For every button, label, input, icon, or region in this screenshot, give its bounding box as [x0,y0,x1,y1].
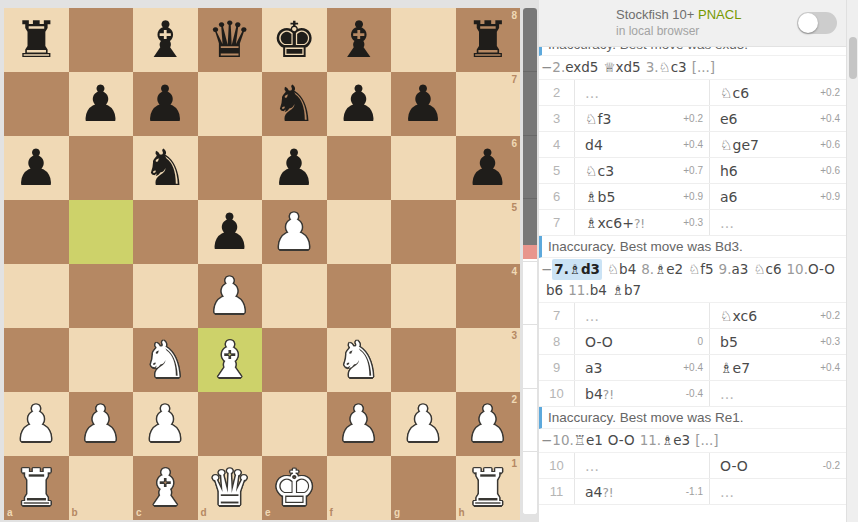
move-row: 8O-O0b5+0.3 [539,329,846,355]
variation-move-number: 11. [640,430,661,451]
square-c1[interactable]: c♝ [133,456,198,520]
square-b7[interactable]: ♟ [69,72,134,136]
move-row: 4d4+0.4♘ge7+0.6 [539,132,846,158]
variation-move-number: 10. [552,430,573,451]
square-e2[interactable] [262,392,327,456]
move-nag: ?! [634,217,645,231]
white-move-cell[interactable]: d4+0.4 [575,132,710,157]
variation-move[interactable]: O-O [808,259,835,280]
square-b1[interactable]: b [69,456,134,520]
move-san: … [585,85,599,101]
black-move-cell[interactable]: … [710,381,846,406]
scrollbar-thumb[interactable] [849,37,857,79]
piece-white-pawn[interactable]: ♟ [456,392,521,456]
black-move-cell[interactable]: ♘c6+0.2 [710,80,846,105]
move-eval: -0.4 [686,388,703,399]
black-move-cell[interactable]: ♗e7+0.4 [710,355,846,380]
move-eval: +0.2 [683,113,703,124]
move-row: 6♗b5+0.9a6+0.9 [539,184,846,210]
white-move-cell[interactable]: … [575,453,710,478]
square-h4[interactable]: 4 [456,264,521,328]
square-h1[interactable]: 1h♜ [456,456,521,520]
move-row: 5♘c3+0.7h6+0.6 [539,158,846,184]
variation-move[interactable]: exd5 [565,57,598,78]
variation-move-number: 8. [641,259,654,280]
piece-white-king[interactable]: ♚ [262,456,327,520]
variation-ellipsis: [...] [695,430,718,451]
move-eval: +0.6 [820,139,840,150]
square-f2[interactable]: ♟ [327,392,392,456]
file-label-g: g [394,508,400,518]
black-move-cell[interactable]: a6+0.9 [710,184,846,209]
move-row: 11a4?!-1.1… [539,479,846,505]
move-san: ♘ge7 [720,137,759,153]
piece-white-rook[interactable]: ♜ [456,456,521,520]
square-g8[interactable] [391,8,456,72]
square-a2[interactable]: ♟ [4,392,69,456]
square-h6[interactable]: 6♟ [456,136,521,200]
move-row: 3♘f3+0.2e6+0.4 [539,106,846,132]
move-san: … [585,458,599,474]
variation-move[interactable]: ♗e2 [654,259,683,280]
white-move-cell[interactable]: ♗b5+0.9 [575,184,710,209]
move-number: 10 [539,381,575,406]
engine-comment: Inaccuracy. Best move was Re1. [539,407,846,429]
black-move-cell[interactable]: h6+0.6 [710,158,846,183]
square-a7[interactable] [4,72,69,136]
eval-tick [523,388,537,389]
square-a5[interactable] [4,200,69,264]
square-a1[interactable]: a♜ [4,456,69,520]
piece-white-bishop[interactable]: ♝ [133,456,198,520]
square-f8[interactable]: ♝ [327,8,392,72]
move-eval: +0.6 [820,165,840,176]
piece-white-pawn[interactable]: ♟ [69,392,134,456]
white-move-cell[interactable]: O-O0 [575,329,710,354]
move-san: ♘c3 [585,163,614,179]
white-move-cell[interactable]: … [575,80,710,105]
square-b5[interactable] [69,200,134,264]
engine-header: Stockfish 10+ PNACL in local browser [539,0,846,47]
move-eval: +0.2 [820,87,840,98]
eval-tick [523,198,537,199]
move-san: a3 [585,360,603,376]
rank-label-3: 3 [511,331,517,341]
file-label-b: b [72,508,78,518]
move-san: … [720,484,734,500]
square-e8[interactable]: ♚ [262,8,327,72]
piece-white-pawn[interactable]: ♟ [133,392,198,456]
variation-move[interactable]: ♘c6 [753,259,781,280]
black-move-cell[interactable]: b5+0.3 [710,329,846,354]
move-eval: +0.4 [683,362,703,373]
move-eval: +0.3 [683,217,703,228]
square-g4[interactable] [391,264,456,328]
piece-black-pawn[interactable]: ♟ [198,200,263,264]
square-c5[interactable] [133,200,198,264]
square-c8[interactable]: ♝ [133,8,198,72]
square-e7[interactable]: ♞ [262,72,327,136]
square-e5[interactable]: ♟ [262,200,327,264]
piece-white-bishop[interactable]: ♝ [198,328,263,392]
piece-white-knight[interactable]: ♞ [133,328,198,392]
piece-black-pawn[interactable]: ♟ [327,72,392,136]
piece-white-knight[interactable]: ♞ [327,328,392,392]
move-san: ♗b5 [585,189,615,205]
analysis-scroll-area: Inaccuracy. Best move was exd5.−2.exd5♕x… [539,0,846,522]
move-number: 9 [539,355,575,380]
move-number: 4 [539,132,575,157]
variation-collapse-dash: − [541,259,552,280]
piece-black-pawn[interactable]: ♟ [262,136,327,200]
square-e6[interactable]: ♟ [262,136,327,200]
variation-move[interactable]: ♘f5 [688,259,713,280]
square-h5[interactable]: 5 [456,200,521,264]
variation-move[interactable]: ♗b7 [612,280,641,301]
move-nag: ?! [603,388,614,402]
piece-white-rook[interactable]: ♜ [4,456,69,520]
square-g1[interactable]: g [391,456,456,520]
piece-black-pawn[interactable]: ♟ [69,72,134,136]
square-c4[interactable] [133,264,198,328]
variation-move[interactable]: ♘c3 [659,57,687,78]
engine-location: in local browser [616,24,741,38]
variation-move[interactable]: ♗e3 [661,430,690,451]
square-g2[interactable]: ♟ [391,392,456,456]
square-f1[interactable]: f [327,456,392,520]
move-row: 9a3+0.4♗e7+0.4 [539,355,846,381]
black-move-cell[interactable]: O-O-0.2 [710,453,846,478]
engine-info: Stockfish 10+ PNACL in local browser [616,7,741,38]
move-eval: +0.9 [683,191,703,202]
variation-selected-move[interactable]: 7.♗d3 [552,259,602,280]
square-e1[interactable]: e♚ [262,456,327,520]
move-number: 6 [539,184,575,209]
eval-tick [523,261,537,262]
variation-move[interactable]: ♖e1 [574,430,603,451]
piece-white-pawn[interactable]: ♟ [262,200,327,264]
white-move-cell[interactable]: ♘f3+0.2 [575,106,710,131]
piece-white-pawn[interactable]: ♟ [327,392,392,456]
engine-variation-line: −10.♖e1O-O11.♗e3[...] [539,429,846,453]
eval-tick [523,71,537,72]
square-a3[interactable] [4,328,69,392]
black-move-cell[interactable]: e6+0.4 [710,106,846,131]
black-move-cell[interactable]: ♘ge7+0.6 [710,132,846,157]
move-san: ♗e7 [720,360,750,376]
move-san: ♗xc6+?! [585,215,645,231]
rank-label-4: 4 [511,267,517,277]
square-g5[interactable] [391,200,456,264]
piece-black-king[interactable]: ♚ [262,8,327,72]
piece-black-pawn[interactable]: ♟ [456,136,521,200]
square-d6[interactable] [198,136,263,200]
variation-move-number: 3. [646,57,659,78]
square-b2[interactable]: ♟ [69,392,134,456]
square-g3[interactable] [391,328,456,392]
piece-black-bishop[interactable]: ♝ [133,8,198,72]
piece-black-knight[interactable]: ♞ [262,72,327,136]
square-f6[interactable] [327,136,392,200]
move-nag: ?! [603,486,614,500]
move-eval: 0 [697,336,703,347]
move-san: ♘f3 [585,111,611,127]
square-a4[interactable] [4,264,69,328]
eval-tick [523,451,537,452]
variation-move-number: 11. [568,280,589,301]
white-move-cell[interactable]: a3+0.4 [575,355,710,380]
square-c2[interactable]: ♟ [133,392,198,456]
white-move-cell[interactable]: ♘c3+0.7 [575,158,710,183]
rank-label-5: 5 [511,203,517,213]
white-move-cell[interactable]: ♗xc6+?!+0.3 [575,210,710,235]
square-c6[interactable]: ♞ [133,136,198,200]
move-san: b4?! [585,386,614,402]
move-eval: -1.1 [686,486,703,497]
square-d8[interactable]: ♛ [198,8,263,72]
scrollbar [846,0,858,522]
move-san: b5 [720,334,738,350]
piece-black-pawn[interactable]: ♟ [391,72,456,136]
engine-name: Stockfish 10+ PNACL [616,7,741,22]
square-f4[interactable] [327,264,392,328]
move-san: … [720,215,734,231]
piece-white-queen[interactable]: ♛ [198,456,263,520]
piece-black-pawn[interactable]: ♟ [133,72,198,136]
square-g7[interactable]: ♟ [391,72,456,136]
variation-move[interactable]: ♕xd5 [603,57,640,78]
piece-white-pawn[interactable]: ♟ [391,392,456,456]
file-label-f: f [330,508,333,518]
piece-black-pawn[interactable]: ♟ [4,136,69,200]
move-number: 7 [539,303,575,328]
toggle-knob [798,13,818,33]
square-b4[interactable] [69,264,134,328]
variation-move[interactable]: ♘b4 [607,259,636,280]
move-san: e6 [720,111,738,127]
variation-collapse-dash: − [541,430,552,451]
square-f3[interactable]: ♞ [327,328,392,392]
variation-move-number: 2. [552,57,565,78]
engine-variation-line: −7.♗d3♘b48.♗e2♘f59.a3♘c610.O-Ob611.b4♗b7 [539,258,846,303]
black-move-cell[interactable]: ♘xc6+0.2 [710,303,846,328]
piece-black-rook[interactable]: ♜ [456,8,521,72]
move-number: 7 [539,210,575,235]
square-c7[interactable]: ♟ [133,72,198,136]
move-number: 2 [539,80,575,105]
square-f5[interactable] [327,200,392,264]
move-eval: -0.2 [823,460,840,471]
eval-tick [523,324,537,325]
variation-move[interactable]: O-O [608,430,635,451]
square-h2[interactable]: 2♟ [456,392,521,456]
engine-tech-badge: PNACL [698,7,741,22]
square-f7[interactable]: ♟ [327,72,392,136]
square-b6[interactable] [69,136,134,200]
white-move-cell[interactable]: a4?!-1.1 [575,479,710,504]
move-row: 10…O-O-0.2 [539,453,846,479]
variation-move-number: 9. [719,259,732,280]
move-eval: +0.4 [683,139,703,150]
move-san: O-O [720,458,748,474]
move-eval: +0.4 [820,362,840,373]
variation-move[interactable]: b6 [546,280,563,301]
square-e3[interactable] [262,328,327,392]
move-eval: +0.2 [820,310,840,321]
piece-black-rook[interactable]: ♜ [4,8,69,72]
square-h7[interactable]: 7 [456,72,521,136]
move-san: a6 [720,189,738,205]
chess-board[interactable]: ♜♝♛♚♝8♜♟♟♞♟♟7♟♞♟6♟♟♟5♟4♞♝♞3♟♟♟♟♟2♟a♜bc♝d… [4,8,520,520]
square-d5[interactable]: ♟ [198,200,263,264]
move-number: 3 [539,106,575,131]
move-number: 5 [539,158,575,183]
square-h8[interactable]: 8♜ [456,8,521,72]
move-san: a4?! [585,484,614,500]
move-san: ♘xc6 [720,308,757,324]
square-h3[interactable]: 3 [456,328,521,392]
engine-comment: Inaccuracy. Best move was Bd3. [539,236,846,258]
eval-tick [523,135,537,136]
variation-move[interactable]: b4 [590,280,607,301]
eval-gauge [523,8,537,514]
square-c3[interactable]: ♞ [133,328,198,392]
square-a6[interactable]: ♟ [4,136,69,200]
move-san: O-O [585,334,613,350]
square-a8[interactable]: ♜ [4,8,69,72]
engine-panel: Inaccuracy. Best move was exd5.−2.exd5♕x… [539,0,858,522]
white-move-cell[interactable]: … [575,303,710,328]
engine-toggle-switch[interactable] [797,12,837,34]
square-d7[interactable] [198,72,263,136]
square-d3[interactable]: ♝ [198,328,263,392]
move-san: ♘c6 [720,85,749,101]
variation-move[interactable]: a3 [732,259,749,280]
piece-white-pawn[interactable]: ♟ [4,392,69,456]
engine-name-text: Stockfish 10+ [616,7,698,22]
piece-black-bishop[interactable]: ♝ [327,8,392,72]
black-move-cell[interactable]: … [710,210,846,235]
white-move-cell[interactable]: b4?!-0.4 [575,381,710,406]
move-eval: +0.3 [820,336,840,347]
move-number: 11 [539,479,575,504]
square-d2[interactable] [198,392,263,456]
move-san: … [720,386,734,402]
square-b3[interactable] [69,328,134,392]
piece-black-queen[interactable]: ♛ [198,8,263,72]
square-g6[interactable] [391,136,456,200]
square-b8[interactable] [69,8,134,72]
engine-variation-line: −2.exd5♕xd53.♘c3[...] [539,56,846,80]
move-san: h6 [720,163,738,179]
move-row: 7…♘xc6+0.2 [539,303,846,329]
move-number: 8 [539,329,575,354]
move-row: 2…♘c6+0.2 [539,80,846,106]
square-d1[interactable]: d♛ [198,456,263,520]
move-eval: +0.4 [820,113,840,124]
move-eval: +0.9 [820,191,840,202]
analysis-sections: Inaccuracy. Best move was exd5.−2.exd5♕x… [539,34,846,505]
piece-black-knight[interactable]: ♞ [133,136,198,200]
move-eval: +0.7 [683,165,703,176]
square-e4[interactable] [262,264,327,328]
rank-label-7: 7 [511,75,517,85]
piece-white-pawn[interactable]: ♟ [198,264,263,328]
eval-marker [523,245,537,259]
variation-collapse-dash: − [541,57,552,78]
square-d4[interactable]: ♟ [198,264,263,328]
move-row: 7♗xc6+?!+0.3… [539,210,846,236]
move-row: 10b4?!-0.4… [539,381,846,407]
eval-white-portion [523,259,537,514]
eval-black-portion [523,8,537,245]
variation-ellipsis: [...] [692,57,715,78]
variation-move-number: 10. [787,259,808,280]
move-number: 10 [539,453,575,478]
move-san: d4 [585,137,603,153]
black-move-cell[interactable]: … [710,479,846,504]
move-san: … [585,308,599,324]
